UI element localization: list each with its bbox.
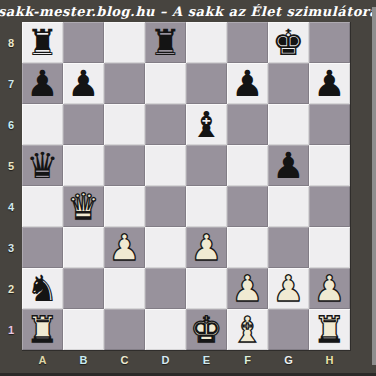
square-d6[interactable]	[145, 104, 186, 145]
square-f2[interactable]: ♟	[227, 268, 268, 309]
square-a6[interactable]	[22, 104, 63, 145]
square-g8[interactable]: ♚	[268, 22, 309, 63]
piece-black-rook[interactable]: ♜	[149, 22, 181, 63]
page-title: sakk-mester.blog.hu – A sakk az Élet szi…	[0, 4, 376, 19]
square-c3[interactable]: ♟	[104, 227, 145, 268]
window-right-bevel	[372, 7, 376, 365]
square-b4[interactable]: ♛	[63, 186, 104, 227]
square-g3[interactable]	[268, 227, 309, 268]
square-f4[interactable]	[227, 186, 268, 227]
rank-labels: 87654321	[0, 22, 22, 350]
square-b6[interactable]	[63, 104, 104, 145]
chess-app-window: sakk-mester.blog.hu – A sakk az Élet szi…	[0, 0, 376, 376]
square-d8[interactable]: ♜	[145, 22, 186, 63]
square-h3[interactable]	[309, 227, 350, 268]
square-h1[interactable]: ♜	[309, 309, 350, 350]
piece-black-queen[interactable]: ♛	[26, 145, 58, 186]
square-h5[interactable]	[309, 145, 350, 186]
piece-white-pawn[interactable]: ♟	[313, 268, 345, 309]
square-a1[interactable]: ♜	[22, 309, 63, 350]
piece-white-bishop[interactable]: ♝	[231, 309, 263, 350]
square-g7[interactable]	[268, 63, 309, 104]
square-b8[interactable]	[63, 22, 104, 63]
square-e7[interactable]	[186, 63, 227, 104]
square-b1[interactable]	[63, 309, 104, 350]
square-f7[interactable]: ♟	[227, 63, 268, 104]
piece-black-king[interactable]: ♚	[272, 22, 304, 63]
square-g2[interactable]: ♟	[268, 268, 309, 309]
piece-white-rook[interactable]: ♜	[313, 309, 345, 350]
square-g6[interactable]	[268, 104, 309, 145]
square-e6[interactable]: ♝	[186, 104, 227, 145]
rank-label-7: 7	[0, 63, 22, 104]
square-h4[interactable]	[309, 186, 350, 227]
rank-label-5: 5	[0, 145, 22, 186]
title-bar: sakk-mester.blog.hu – A sakk az Élet szi…	[0, 0, 376, 22]
file-label-C: C	[104, 350, 145, 370]
piece-white-king[interactable]: ♚	[190, 309, 222, 350]
piece-white-pawn[interactable]: ♟	[190, 227, 222, 268]
square-b3[interactable]	[63, 227, 104, 268]
rank-label-3: 3	[0, 227, 22, 268]
piece-black-pawn[interactable]: ♟	[313, 63, 345, 104]
square-g4[interactable]	[268, 186, 309, 227]
piece-white-queen[interactable]: ♛	[67, 186, 99, 227]
file-label-H: H	[309, 350, 350, 370]
file-label-F: F	[227, 350, 268, 370]
square-h8[interactable]	[309, 22, 350, 63]
square-c4[interactable]	[104, 186, 145, 227]
square-e3[interactable]: ♟	[186, 227, 227, 268]
square-e8[interactable]	[186, 22, 227, 63]
square-d4[interactable]	[145, 186, 186, 227]
piece-black-bishop[interactable]: ♝	[190, 104, 222, 145]
piece-black-pawn[interactable]: ♟	[231, 63, 263, 104]
piece-black-knight[interactable]: ♞	[26, 268, 58, 309]
rank-label-4: 4	[0, 186, 22, 227]
piece-white-pawn[interactable]: ♟	[108, 227, 140, 268]
square-h6[interactable]	[309, 104, 350, 145]
square-c8[interactable]	[104, 22, 145, 63]
square-b5[interactable]	[63, 145, 104, 186]
square-a3[interactable]	[22, 227, 63, 268]
square-h2[interactable]: ♟	[309, 268, 350, 309]
piece-white-pawn[interactable]: ♟	[231, 268, 263, 309]
piece-black-pawn[interactable]: ♟	[67, 63, 99, 104]
piece-black-rook[interactable]: ♜	[26, 22, 58, 63]
square-b7[interactable]: ♟	[63, 63, 104, 104]
square-c5[interactable]	[104, 145, 145, 186]
square-d1[interactable]	[145, 309, 186, 350]
rank-label-8: 8	[0, 22, 22, 63]
file-label-B: B	[63, 350, 104, 370]
square-f6[interactable]	[227, 104, 268, 145]
file-label-G: G	[268, 350, 309, 370]
square-f1[interactable]: ♝	[227, 309, 268, 350]
square-f5[interactable]	[227, 145, 268, 186]
chess-board: ♜♜♚♟♟♟♟♝♛♟♛♟♟♞♟♟♟♜♚♝♜	[22, 22, 351, 351]
square-a2[interactable]: ♞	[22, 268, 63, 309]
file-labels: ABCDEFGH	[22, 350, 350, 370]
square-c7[interactable]	[104, 63, 145, 104]
file-label-E: E	[186, 350, 227, 370]
square-a7[interactable]: ♟	[22, 63, 63, 104]
square-d7[interactable]	[145, 63, 186, 104]
square-g1[interactable]	[268, 309, 309, 350]
square-d2[interactable]	[145, 268, 186, 309]
square-h7[interactable]: ♟	[309, 63, 350, 104]
square-e1[interactable]: ♚	[186, 309, 227, 350]
rank-label-6: 6	[0, 104, 22, 145]
rank-label-2: 2	[0, 268, 22, 309]
piece-black-pawn[interactable]: ♟	[272, 145, 304, 186]
rank-label-1: 1	[0, 309, 22, 350]
square-a5[interactable]: ♛	[22, 145, 63, 186]
piece-white-pawn[interactable]: ♟	[272, 268, 304, 309]
square-c2[interactable]	[104, 268, 145, 309]
square-a8[interactable]: ♜	[22, 22, 63, 63]
file-label-A: A	[22, 350, 63, 370]
square-d3[interactable]	[145, 227, 186, 268]
square-b2[interactable]	[63, 268, 104, 309]
square-f8[interactable]	[227, 22, 268, 63]
square-c1[interactable]	[104, 309, 145, 350]
square-e5[interactable]	[186, 145, 227, 186]
file-label-D: D	[145, 350, 186, 370]
square-e2[interactable]	[186, 268, 227, 309]
square-e4[interactable]	[186, 186, 227, 227]
square-d5[interactable]	[145, 145, 186, 186]
square-f3[interactable]	[227, 227, 268, 268]
piece-white-rook[interactable]: ♜	[26, 309, 58, 350]
piece-black-pawn[interactable]: ♟	[26, 63, 58, 104]
square-c6[interactable]	[104, 104, 145, 145]
square-a4[interactable]	[22, 186, 63, 227]
square-g5[interactable]: ♟	[268, 145, 309, 186]
